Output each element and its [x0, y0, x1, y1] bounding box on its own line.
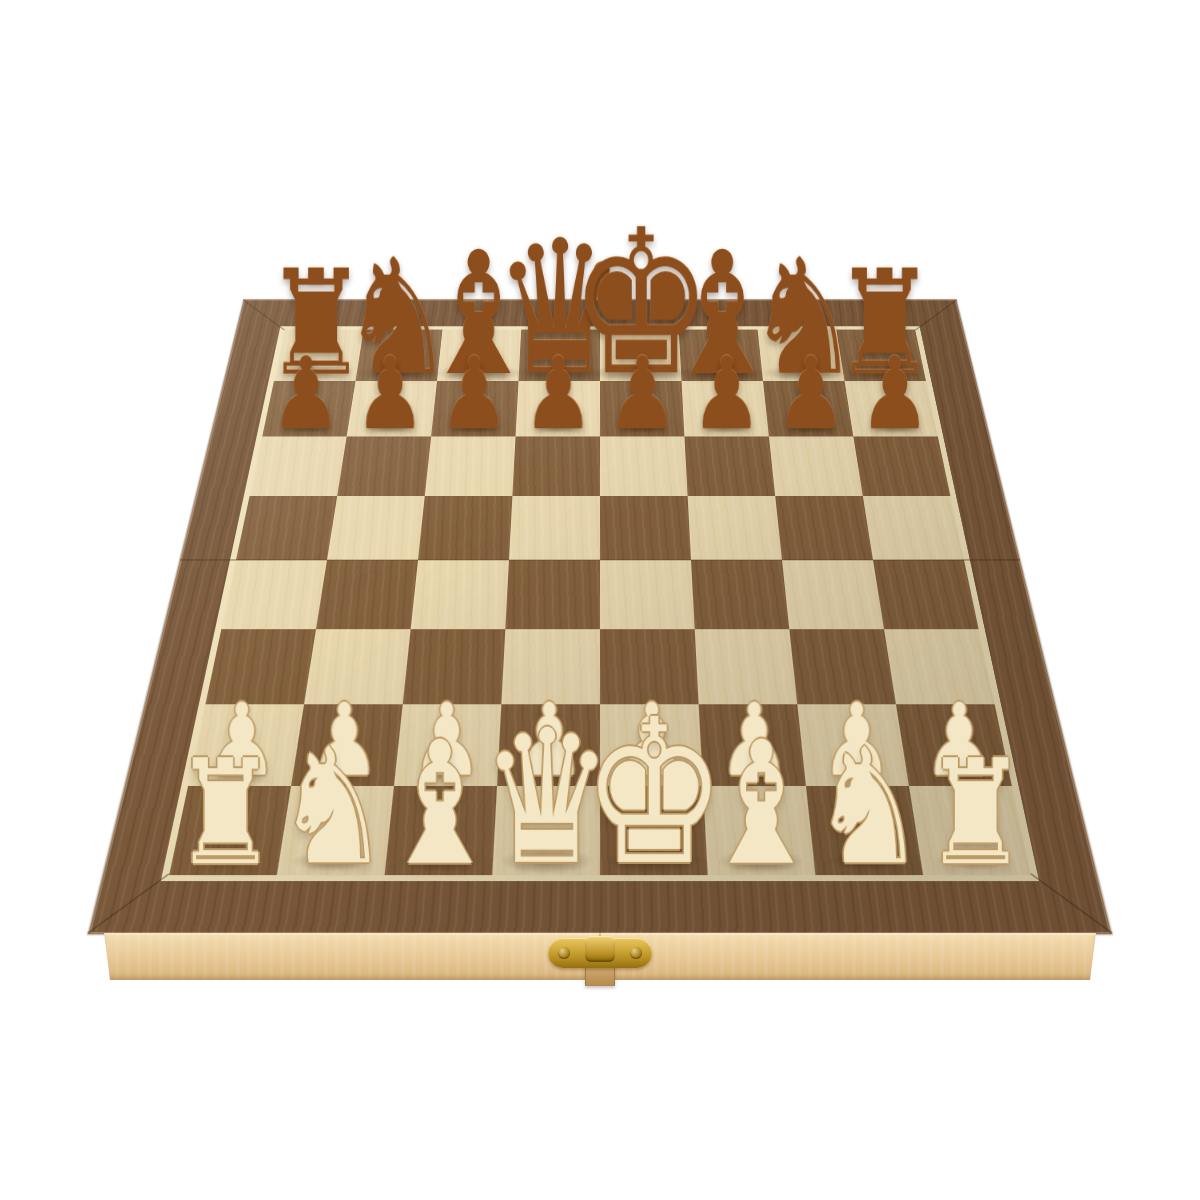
- piece-glyph: ♟: [774, 344, 846, 444]
- square-f6: [684, 436, 775, 495]
- piece-glyph: ♞: [811, 727, 926, 887]
- square-h5: [863, 496, 964, 560]
- square-c6: [425, 436, 516, 495]
- brass-clasp: [548, 938, 652, 968]
- piece-glyph: ♜: [923, 740, 1027, 885]
- frame-miter-joint: [87, 873, 170, 934]
- square-e5: [600, 496, 691, 560]
- piece-glyph: ♟: [690, 344, 762, 444]
- frame-miter-joint: [1030, 873, 1113, 934]
- square-a6: [250, 436, 347, 495]
- square-g6: [769, 436, 863, 495]
- square-a5: [236, 496, 337, 560]
- piece-glyph: ♝: [700, 719, 822, 889]
- piece-glyph: ♟: [859, 344, 931, 444]
- fold-seam: [180, 559, 1020, 560]
- piece-glyph: ♟: [354, 344, 426, 444]
- piece-glyph: ♞: [275, 727, 390, 887]
- piece-glyph: ♟: [270, 344, 342, 444]
- square-b6: [337, 436, 431, 495]
- square-a4: [221, 560, 327, 629]
- piece-glyph: ♟: [438, 344, 510, 444]
- square-e6: [600, 436, 688, 495]
- square-d6: [512, 436, 600, 495]
- clasp-screw-icon: [630, 947, 642, 959]
- clasp-screw-icon: [558, 947, 570, 959]
- square-f5: [688, 496, 782, 560]
- square-g4: [782, 560, 884, 629]
- chess-board: ♜♞♝♛♚♝♞♜♟♟♟♟♟♟♟♟♟♟♟♟♟♟♟♟♜♞♝♛♚♝♞♜: [88, 299, 1111, 934]
- square-e4: [600, 560, 695, 629]
- square-g5: [775, 496, 873, 560]
- piece-glyph: ♟: [606, 344, 678, 444]
- piece-glyph: ♜: [173, 740, 277, 885]
- piece-glyph: ♟: [522, 344, 594, 444]
- clasp-knob: [585, 936, 615, 962]
- square-h6: [853, 436, 950, 495]
- square-f4: [691, 560, 789, 629]
- square-b4: [316, 560, 418, 629]
- chess-set-photo: ♜♞♝♛♚♝♞♜♟♟♟♟♟♟♟♟♟♟♟♟♟♟♟♟♜♞♝♛♚♝♞♜: [0, 0, 1200, 1200]
- square-b5: [327, 496, 425, 560]
- square-h4: [873, 560, 979, 629]
- square-c5: [418, 496, 512, 560]
- square-d4: [505, 560, 600, 629]
- square-c4: [411, 560, 509, 629]
- square-d5: [509, 496, 600, 560]
